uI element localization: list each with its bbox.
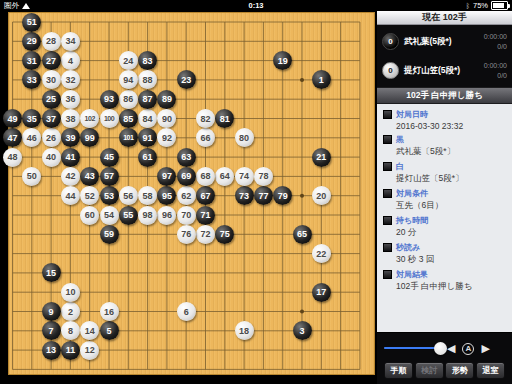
stone-black-move-65: 65 — [293, 225, 312, 244]
stone-black-move-71: 71 — [196, 206, 215, 225]
stone-white-move-62: 62 — [177, 186, 196, 205]
info-label: 秒読み — [383, 242, 506, 253]
result-bar: 102手 白中押し勝ち — [377, 87, 512, 104]
next-move-button[interactable]: ▶ — [481, 342, 489, 355]
bullet-icon — [383, 189, 392, 198]
stone-black-move-5: 5 — [100, 321, 119, 340]
player-name: 武礼葉(5段*) — [404, 36, 484, 48]
white-stone-icon: 0 — [382, 62, 399, 79]
stone-white-move-10: 10 — [61, 283, 80, 302]
move-slider[interactable] — [384, 342, 440, 355]
stone-black-move-11: 11 — [61, 341, 80, 360]
bullet-icon — [383, 270, 392, 279]
stone-white-move-40: 40 — [42, 148, 61, 167]
stone-white-move-70: 70 — [177, 206, 196, 225]
stone-white-move-18: 18 — [235, 321, 254, 340]
action-button-検討: 検討 — [415, 362, 444, 379]
autoplay-button[interactable]: A — [462, 341, 474, 355]
game-info-list: 対局日時2016-03-30 23:32黒武礼葉〔5段*〕白提灯山笠〔5段*〕対… — [377, 104, 512, 332]
bullet-icon — [383, 110, 392, 119]
prev-move-button[interactable]: ◀ — [447, 342, 455, 355]
stone-white-move-84: 84 — [138, 109, 157, 128]
stone-white-move-24: 24 — [119, 51, 138, 70]
stone-white-move-42: 42 — [61, 167, 80, 186]
stone-white-move-28: 28 — [42, 32, 61, 51]
stone-black-move-3: 3 — [293, 321, 312, 340]
slider-knob[interactable] — [434, 342, 447, 355]
stone-white-move-38: 38 — [61, 109, 80, 128]
stone-black-move-93: 93 — [100, 90, 119, 109]
info-item: 秒読み30 秒 3 回 — [383, 242, 506, 266]
bluetooth-icon: ᛒ — [466, 2, 470, 9]
stone-white-move-6: 6 — [177, 302, 196, 321]
stone-black-move-69: 69 — [177, 167, 196, 186]
stone-black-move-77: 77 — [254, 186, 273, 205]
stone-white-move-16: 16 — [100, 302, 119, 321]
info-label: 対局条件 — [383, 188, 506, 199]
stone-black-move-43: 43 — [80, 167, 99, 186]
action-button-形勢[interactable]: 形勢 — [445, 362, 474, 379]
black-stone-icon: 0 — [382, 33, 399, 50]
stone-white-move-30: 30 — [42, 70, 61, 89]
stone-black-move-7: 7 — [42, 321, 61, 340]
player-time: 0:00:000/0 — [484, 61, 507, 80]
stone-white-move-80: 80 — [235, 128, 254, 147]
stone-black-move-53: 53 — [100, 186, 119, 205]
stone-black-move-9: 9 — [42, 302, 61, 321]
info-label: 対局日時 — [383, 109, 506, 120]
info-item: 持ち時間20 分 — [383, 215, 506, 239]
slider-fill — [384, 347, 440, 349]
stone-black-move-55: 55 — [119, 206, 138, 225]
stone-black-move-45: 45 — [100, 148, 119, 167]
stone-white-move-72: 72 — [196, 225, 215, 244]
stone-black-move-61: 61 — [138, 148, 157, 167]
stone-white-move-74: 74 — [235, 167, 254, 186]
battery-percent: 75% — [473, 1, 488, 10]
stone-white-move-4: 4 — [61, 51, 80, 70]
go-board[interactable]: 1234567891011121314151617181920212223242… — [8, 12, 375, 375]
stone-white-move-100: 100 — [100, 109, 119, 128]
info-label: 対局結果 — [383, 269, 506, 280]
stone-black-move-59: 59 — [100, 225, 119, 244]
sidebar: 現在 102手 0武礼葉(5段*)0:00:000/00提灯山笠(5段*)0:0… — [376, 11, 512, 384]
stone-white-move-12: 12 — [80, 341, 99, 360]
bullet-icon — [383, 243, 392, 252]
action-button-手順[interactable]: 手順 — [384, 362, 413, 379]
stone-black-move-27: 27 — [42, 51, 61, 70]
stone-white-move-78: 78 — [254, 167, 273, 186]
stone-white-move-44: 44 — [61, 186, 80, 205]
stone-black-move-49: 49 — [3, 109, 22, 128]
bullet-icon — [383, 216, 392, 225]
stone-black-move-57: 57 — [100, 167, 119, 186]
player-row-white: 0提灯山笠(5段*)0:00:000/0 — [382, 56, 507, 85]
clock: 0:13 — [0, 1, 512, 10]
status-bar: 圏外 0:13 ᛒ 75% — [0, 0, 512, 11]
move-counter-header: 現在 102手 — [377, 11, 512, 25]
action-button-row: 手順検討形勢退室 — [384, 362, 505, 379]
wifi-icon — [22, 3, 30, 9]
stone-white-move-68: 68 — [196, 167, 215, 186]
stone-black-move-101: 101 — [119, 128, 138, 147]
stone-black-move-37: 37 — [42, 109, 61, 128]
info-value: 武礼葉〔5段*〕 — [396, 146, 506, 158]
info-item: 対局日時2016-03-30 23:32 — [383, 109, 506, 131]
player-name: 提灯山笠(5段*) — [404, 65, 484, 77]
stone-white-move-86: 86 — [119, 90, 138, 109]
stone-black-move-87: 87 — [138, 90, 157, 109]
carrier-label: 圏外 — [4, 1, 19, 11]
info-value: 2016-03-30 23:32 — [396, 121, 506, 131]
bullet-icon — [383, 135, 392, 144]
battery-icon — [491, 1, 508, 10]
info-value: 提灯山笠〔5段*〕 — [396, 173, 506, 185]
autoplay-icon: A — [462, 343, 474, 355]
stone-black-move-21: 21 — [312, 148, 331, 167]
info-value: 30 秒 3 回 — [396, 254, 506, 266]
stone-white-move-60: 60 — [80, 206, 99, 225]
info-item: 対局結果102手 白中押し勝ち — [383, 269, 506, 293]
stone-white-move-56: 56 — [119, 186, 138, 205]
stone-black-move-23: 23 — [177, 70, 196, 89]
info-label: 黒 — [383, 134, 506, 145]
board-panel: 1234567891011121314151617181920212223242… — [0, 11, 376, 384]
stone-black-move-15: 15 — [42, 263, 61, 282]
stone-white-move-36: 36 — [61, 90, 80, 109]
stone-black-move-51: 51 — [22, 13, 41, 32]
playback-controls: ◀ A ▶ 手順検討形勢退室 — [377, 332, 512, 384]
stone-white-move-82: 82 — [196, 109, 215, 128]
info-label: 持ち時間 — [383, 215, 506, 226]
stone-white-move-34: 34 — [61, 32, 80, 51]
player-time: 0:00:000/0 — [484, 32, 507, 51]
info-item: 対局条件互先（6目） — [383, 188, 506, 212]
stone-white-move-98: 98 — [138, 206, 157, 225]
stone-black-move-85: 85 — [119, 109, 138, 128]
info-item: 白提灯山笠〔5段*〕 — [383, 161, 506, 185]
stone-black-move-89: 89 — [157, 90, 176, 109]
stone-black-move-73: 73 — [235, 186, 254, 205]
stone-black-move-17: 17 — [312, 283, 331, 302]
info-item: 黒武礼葉〔5段*〕 — [383, 134, 506, 158]
stone-black-move-25: 25 — [42, 90, 61, 109]
stone-black-move-63: 63 — [177, 148, 196, 167]
bullet-icon — [383, 162, 392, 171]
stone-black-move-75: 75 — [215, 225, 234, 244]
info-label: 白 — [383, 161, 506, 172]
app-screen: 圏外 0:13 ᛒ 75% 12345678910111213141516171… — [0, 0, 512, 384]
stone-white-move-26: 26 — [42, 128, 61, 147]
info-value: 互先（6目） — [396, 200, 506, 212]
info-value: 20 分 — [396, 227, 506, 239]
stone-white-move-22: 22 — [312, 244, 331, 263]
stone-white-move-54: 54 — [100, 206, 119, 225]
stone-white-move-96: 96 — [157, 206, 176, 225]
stone-white-move-48: 48 — [3, 148, 22, 167]
action-button-退室[interactable]: 退室 — [476, 362, 505, 379]
stone-white-move-20: 20 — [312, 186, 331, 205]
player-panel: 0武礼葉(5段*)0:00:000/00提灯山笠(5段*)0:00:000/0 — [377, 25, 512, 87]
stone-black-move-13: 13 — [42, 341, 61, 360]
player-row-black: 0武礼葉(5段*)0:00:000/0 — [382, 27, 507, 56]
stone-white-move-76: 76 — [177, 225, 196, 244]
stone-black-move-29: 29 — [22, 32, 41, 51]
info-value: 102手 白中押し勝ち — [396, 281, 506, 293]
stone-black-move-41: 41 — [61, 148, 80, 167]
stone-white-move-2: 2 — [61, 302, 80, 321]
